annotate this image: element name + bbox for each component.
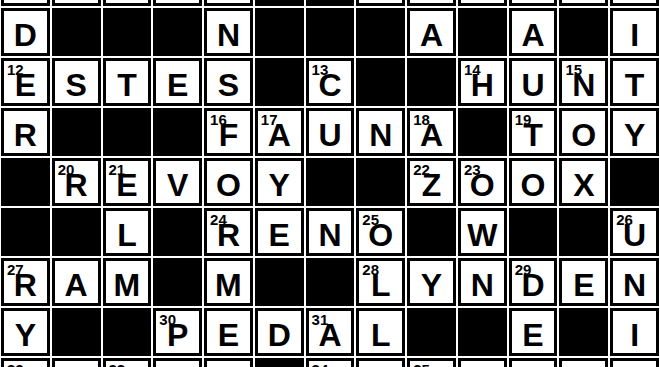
clue-number: 35: [413, 362, 430, 367]
cell-letter: U: [521, 69, 544, 103]
cell-r2c11[interactable]: 15N: [559, 58, 608, 106]
cell-r5c4[interactable]: 24R: [204, 208, 253, 256]
cell-r0c2[interactable]: [103, 0, 152, 6]
cell-r4c11[interactable]: X: [559, 158, 608, 206]
cell-r0c3[interactable]: [153, 0, 202, 6]
cell-r7c5[interactable]: D: [255, 308, 304, 356]
cell-r3c1: [52, 108, 101, 156]
cell-r6c3: [153, 258, 202, 306]
cell-r3c11[interactable]: O: [559, 108, 608, 156]
cell-r1c1: [52, 8, 101, 56]
cell-r6c12[interactable]: N: [610, 258, 659, 306]
cell-r6c8[interactable]: Y: [407, 258, 456, 306]
cell-r1c3: [153, 8, 202, 56]
cell-r6c7[interactable]: 28L: [356, 258, 405, 306]
cell-r5c8: [407, 208, 456, 256]
clue-number: 15: [565, 62, 582, 77]
cell-r2c10[interactable]: U: [509, 58, 558, 106]
cell-r2c0[interactable]: 12E: [1, 58, 50, 106]
cell-r4c2[interactable]: 21E: [103, 158, 152, 206]
cell-r6c9[interactable]: N: [458, 258, 507, 306]
cell-r2c3[interactable]: E: [153, 58, 202, 106]
cell-r6c10[interactable]: 29D: [509, 258, 558, 306]
cell-letter: E: [573, 269, 594, 303]
cell-r5c0: [1, 208, 50, 256]
cell-r6c2[interactable]: M: [103, 258, 152, 306]
cell-r0c10[interactable]: [509, 0, 558, 6]
cell-r0c1[interactable]: [52, 0, 101, 6]
cell-letter: A: [65, 269, 88, 303]
clue-number: 17: [261, 112, 278, 127]
cell-letter: E: [269, 219, 290, 253]
cell-r7c1: [52, 308, 101, 356]
cell-r6c6: [306, 258, 355, 306]
cell-r2c6[interactable]: 13C: [306, 58, 355, 106]
cell-r1c5: [255, 8, 304, 56]
cell-r4c0: [1, 158, 50, 206]
cell-r3c6[interactable]: U: [306, 108, 355, 156]
cell-r4c7: [356, 158, 405, 206]
cell-r5c5[interactable]: E: [255, 208, 304, 256]
cell-r0c7[interactable]: [356, 0, 405, 6]
cell-r7c0[interactable]: Y: [1, 308, 50, 356]
cell-letter: U: [318, 119, 341, 153]
cell-letter: O: [216, 169, 241, 203]
cell-r4c3[interactable]: V: [153, 158, 202, 206]
cell-r2c5: [255, 58, 304, 106]
cell-letter: E: [167, 69, 188, 103]
cell-r8c7[interactable]: [356, 358, 405, 367]
cell-letter: N: [318, 219, 341, 253]
cell-r6c11[interactable]: E: [559, 258, 608, 306]
cell-r3c7[interactable]: N: [356, 108, 405, 156]
cell-r4c1[interactable]: 20R: [52, 158, 101, 206]
clue-number: 32: [7, 362, 24, 367]
cell-letter: N: [623, 269, 646, 303]
cell-r2c8: [407, 58, 456, 106]
cell-letter: E: [218, 319, 239, 353]
clue-number: 33: [109, 362, 126, 367]
cell-r4c4[interactable]: O: [204, 158, 253, 206]
clue-number: 21: [109, 162, 126, 177]
clue-number: 25: [362, 212, 379, 227]
cell-r4c6: [306, 158, 355, 206]
cell-letter: M: [114, 269, 141, 303]
cell-letter: N: [471, 269, 494, 303]
cell-r3c5[interactable]: 17A: [255, 108, 304, 156]
cell-r0c6: [306, 0, 355, 6]
clue-number: 28: [362, 262, 379, 277]
cell-letter: V: [167, 169, 188, 203]
cell-r8c2[interactable]: 33: [103, 358, 152, 367]
cell-letter: S: [218, 69, 239, 103]
cell-r4c5[interactable]: Y: [255, 158, 304, 206]
cell-r7c7[interactable]: L: [356, 308, 405, 356]
cell-r8c5: [255, 358, 304, 367]
cell-letter: M: [215, 269, 242, 303]
cell-r3c2: [103, 108, 152, 156]
cell-r8c6[interactable]: 34: [306, 358, 355, 367]
cell-r2c9[interactable]: 14H: [458, 58, 507, 106]
cell-r6c0[interactable]: 27R: [1, 258, 50, 306]
cell-r5c6[interactable]: N: [306, 208, 355, 256]
cell-r8c12[interactable]: [610, 358, 659, 367]
cell-r7c9: [458, 308, 507, 356]
cell-r2c12[interactable]: T: [610, 58, 659, 106]
clue-number: 23: [464, 162, 481, 177]
cell-r8c1[interactable]: [52, 358, 101, 367]
cell-r4c12: [610, 158, 659, 206]
cell-r7c12[interactable]: I: [610, 308, 659, 356]
cell-r0c9[interactable]: [458, 0, 507, 6]
cell-r3c10[interactable]: 19T: [509, 108, 558, 156]
cell-letter: R: [14, 119, 37, 153]
cell-r7c2: [103, 308, 152, 356]
cell-letter: O: [521, 169, 546, 203]
cell-r5c11: [559, 208, 608, 256]
cell-letter: A: [420, 19, 443, 53]
clue-number: 27: [7, 262, 24, 277]
cell-r4c9[interactable]: 23O: [458, 158, 507, 206]
cell-r8c4[interactable]: [204, 358, 253, 367]
cell-r2c2[interactable]: T: [103, 58, 152, 106]
cell-r3c4[interactable]: 16F: [204, 108, 253, 156]
cell-letter: O: [571, 119, 596, 153]
cell-letter: N: [369, 119, 392, 153]
cell-r3c3: [153, 108, 202, 156]
cell-r4c10[interactable]: O: [509, 158, 558, 206]
cell-r0c0[interactable]: [1, 0, 50, 6]
cell-letter: L: [117, 219, 137, 253]
clue-number: 12: [7, 62, 24, 77]
cell-letter: I: [630, 19, 639, 53]
cell-r7c11: [559, 308, 608, 356]
cell-letter: X: [573, 169, 594, 203]
cell-r3c12[interactable]: Y: [610, 108, 659, 156]
cell-r8c10[interactable]: [509, 358, 558, 367]
clue-number: 18: [413, 112, 430, 127]
cell-r1c11: [559, 8, 608, 56]
cell-r8c0[interactable]: 32: [1, 358, 50, 367]
cell-r1c2: [103, 8, 152, 56]
clue-number: 24: [210, 212, 227, 227]
clue-number: 29: [515, 262, 532, 277]
cell-letter: D: [268, 319, 291, 353]
cell-r7c6[interactable]: 31A: [306, 308, 355, 356]
cell-r1c8[interactable]: A: [407, 8, 456, 56]
cell-r6c5: [255, 258, 304, 306]
cell-r1c0[interactable]: D: [1, 8, 50, 56]
cell-r1c4[interactable]: N: [204, 8, 253, 56]
cell-r3c8[interactable]: 18A: [407, 108, 456, 156]
clue-number: 30: [159, 312, 176, 327]
cell-r2c4[interactable]: S: [204, 58, 253, 106]
cell-letter: S: [65, 69, 86, 103]
cell-r6c1[interactable]: A: [52, 258, 101, 306]
clue-number: 34: [312, 362, 329, 367]
cell-r3c9: [458, 108, 507, 156]
cell-r0c5: [255, 0, 304, 6]
clue-number: 14: [464, 62, 481, 77]
cell-letter: W: [467, 219, 497, 253]
cell-r5c7[interactable]: 25O: [356, 208, 405, 256]
cell-r5c12[interactable]: 26U: [610, 208, 659, 256]
cell-letter: A: [521, 19, 544, 53]
cell-letter: E: [522, 319, 543, 353]
crossword-board: DNAAI12ESTES13C14HU15NTR16F17AUN18A19TOY…: [1, 0, 659, 367]
cell-r6c4[interactable]: M: [204, 258, 253, 306]
cell-letter: Y: [15, 319, 36, 353]
cell-letter: T: [625, 69, 645, 103]
cell-r7c10[interactable]: E: [509, 308, 558, 356]
cell-r5c9[interactable]: W: [458, 208, 507, 256]
clue-number: 20: [58, 162, 75, 177]
cell-letter: I: [630, 319, 639, 353]
cell-letter: Y: [421, 269, 442, 303]
clue-number: 22: [413, 162, 430, 177]
clue-number: 26: [616, 212, 633, 227]
cell-letter: Y: [269, 169, 290, 203]
cell-r1c10[interactable]: A: [509, 8, 558, 56]
clue-number: 13: [312, 62, 329, 77]
cell-r1c7: [356, 8, 405, 56]
cell-r5c10: [509, 208, 558, 256]
cell-r0c8[interactable]: [407, 0, 456, 6]
cell-r7c3[interactable]: 30P: [153, 308, 202, 356]
clue-number: 16: [210, 112, 227, 127]
cell-r5c3: [153, 208, 202, 256]
clue-number: 31: [312, 312, 329, 327]
cell-r1c9: [458, 8, 507, 56]
cell-r0c11[interactable]: [559, 0, 608, 6]
cell-r1c12[interactable]: I: [610, 8, 659, 56]
cell-r0c12[interactable]: [610, 0, 659, 6]
crossword-puzzle: DNAAI12ESTES13C14HU15NTR16F17AUN18A19TOY…: [0, 0, 660, 367]
clue-number: 19: [515, 112, 532, 127]
cell-r3c0[interactable]: R: [1, 108, 50, 156]
cell-r2c7: [356, 58, 405, 106]
cell-letter: Y: [624, 119, 645, 153]
cell-r0c4[interactable]: [204, 0, 253, 6]
cell-r8c11[interactable]: [559, 358, 608, 367]
cell-r5c2[interactable]: L: [103, 208, 152, 256]
cell-r7c8: [407, 308, 456, 356]
cell-r4c8[interactable]: 22Z: [407, 158, 456, 206]
cell-r2c1[interactable]: S: [52, 58, 101, 106]
cell-r5c1: [52, 208, 101, 256]
cell-letter: L: [371, 319, 391, 353]
cell-letter: T: [117, 69, 137, 103]
cell-letter: N: [217, 19, 240, 53]
cell-r1c6: [306, 8, 355, 56]
cell-r8c3[interactable]: [153, 358, 202, 367]
cell-letter: D: [14, 19, 37, 53]
cell-r7c4[interactable]: E: [204, 308, 253, 356]
cell-r8c8[interactable]: 35: [407, 358, 456, 367]
cell-r8c9[interactable]: [458, 358, 507, 367]
